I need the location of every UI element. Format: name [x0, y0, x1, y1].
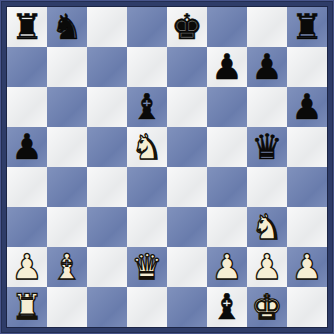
square-b8[interactable]: ♞ — [47, 7, 87, 47]
square-g4[interactable] — [247, 167, 287, 207]
piece-white-pawn[interactable]: ♟ — [211, 247, 242, 287]
square-g3[interactable]: ♞ — [247, 207, 287, 247]
square-e8[interactable]: ♚ — [167, 7, 207, 47]
square-d1[interactable] — [127, 287, 167, 327]
piece-white-king[interactable]: ♚ — [251, 287, 282, 327]
square-b3[interactable] — [47, 207, 87, 247]
square-e7[interactable] — [167, 47, 207, 87]
square-g5[interactable]: ♛ — [247, 127, 287, 167]
square-e4[interactable] — [167, 167, 207, 207]
piece-white-queen[interactable]: ♛ — [131, 247, 162, 287]
piece-white-pawn[interactable]: ♟ — [291, 247, 322, 287]
square-g7[interactable]: ♟ — [247, 47, 287, 87]
square-a8[interactable]: ♜ — [7, 7, 47, 47]
square-f8[interactable] — [207, 7, 247, 47]
piece-black-pawn[interactable]: ♟ — [11, 127, 42, 167]
square-c5[interactable] — [87, 127, 127, 167]
square-h1[interactable] — [287, 287, 327, 327]
square-e1[interactable] — [167, 287, 207, 327]
square-h5[interactable] — [287, 127, 327, 167]
square-d2[interactable]: ♛ — [127, 247, 167, 287]
square-c8[interactable] — [87, 7, 127, 47]
square-c6[interactable] — [87, 87, 127, 127]
square-f2[interactable]: ♟ — [207, 247, 247, 287]
square-e6[interactable] — [167, 87, 207, 127]
square-b1[interactable] — [47, 287, 87, 327]
square-c3[interactable] — [87, 207, 127, 247]
square-a2[interactable]: ♟ — [7, 247, 47, 287]
square-c2[interactable] — [87, 247, 127, 287]
square-h7[interactable] — [287, 47, 327, 87]
piece-black-king[interactable]: ♚ — [171, 7, 202, 47]
piece-white-pawn[interactable]: ♟ — [11, 247, 42, 287]
piece-black-pawn[interactable]: ♟ — [251, 47, 282, 87]
square-e5[interactable] — [167, 127, 207, 167]
square-a5[interactable]: ♟ — [7, 127, 47, 167]
square-a3[interactable] — [7, 207, 47, 247]
square-d3[interactable] — [127, 207, 167, 247]
square-a7[interactable] — [7, 47, 47, 87]
square-d8[interactable] — [127, 7, 167, 47]
piece-black-pawn[interactable]: ♟ — [211, 47, 242, 87]
piece-black-knight[interactable]: ♞ — [51, 7, 82, 47]
piece-white-bishop[interactable]: ♝ — [51, 247, 82, 287]
square-f5[interactable] — [207, 127, 247, 167]
square-b4[interactable] — [47, 167, 87, 207]
square-f6[interactable] — [207, 87, 247, 127]
piece-black-rook[interactable]: ♜ — [11, 7, 42, 47]
piece-white-knight[interactable]: ♞ — [251, 207, 282, 247]
square-c1[interactable] — [87, 287, 127, 327]
square-h8[interactable]: ♜ — [287, 7, 327, 47]
square-h4[interactable] — [287, 167, 327, 207]
square-g2[interactable]: ♟ — [247, 247, 287, 287]
square-e3[interactable] — [167, 207, 207, 247]
square-a4[interactable] — [7, 167, 47, 207]
square-g1[interactable]: ♚ — [247, 287, 287, 327]
square-b6[interactable] — [47, 87, 87, 127]
piece-white-rook[interactable]: ♜ — [11, 287, 42, 327]
piece-black-pawn[interactable]: ♟ — [291, 87, 322, 127]
square-f7[interactable]: ♟ — [207, 47, 247, 87]
chess-board: ♜♞♚♜♟♟♝♟♟♞♛♞♟♝♛♟♟♟♜♝♚ — [7, 7, 327, 327]
square-h3[interactable] — [287, 207, 327, 247]
square-b2[interactable]: ♝ — [47, 247, 87, 287]
square-g8[interactable] — [247, 7, 287, 47]
piece-black-bishop[interactable]: ♝ — [131, 87, 162, 127]
piece-white-pawn[interactable]: ♟ — [251, 247, 282, 287]
piece-white-knight[interactable]: ♞ — [131, 127, 162, 167]
square-b5[interactable] — [47, 127, 87, 167]
square-g6[interactable] — [247, 87, 287, 127]
piece-black-queen[interactable]: ♛ — [251, 127, 282, 167]
square-h2[interactable]: ♟ — [287, 247, 327, 287]
square-h6[interactable]: ♟ — [287, 87, 327, 127]
board-frame: ♜♞♚♜♟♟♝♟♟♞♛♞♟♝♛♟♟♟♜♝♚ — [0, 0, 334, 334]
square-f4[interactable] — [207, 167, 247, 207]
square-d7[interactable] — [127, 47, 167, 87]
square-c4[interactable] — [87, 167, 127, 207]
piece-black-rook[interactable]: ♜ — [291, 7, 322, 47]
square-a6[interactable] — [7, 87, 47, 127]
square-d4[interactable] — [127, 167, 167, 207]
square-b7[interactable] — [47, 47, 87, 87]
square-a1[interactable]: ♜ — [7, 287, 47, 327]
square-c7[interactable] — [87, 47, 127, 87]
square-d6[interactable]: ♝ — [127, 87, 167, 127]
square-f1[interactable]: ♝ — [207, 287, 247, 327]
square-e2[interactable] — [167, 247, 207, 287]
square-f3[interactable] — [207, 207, 247, 247]
square-d5[interactable]: ♞ — [127, 127, 167, 167]
piece-black-bishop[interactable]: ♝ — [211, 287, 242, 327]
